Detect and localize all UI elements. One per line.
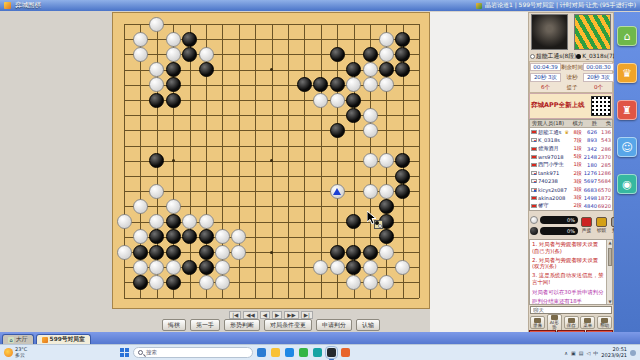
explorer-icon[interactable] bbox=[271, 348, 280, 357]
weiqi-app-icon[interactable] bbox=[327, 348, 336, 357]
shortcut-strip: ⌂♛♜☺◉ bbox=[614, 12, 640, 332]
black-stone bbox=[346, 260, 361, 275]
net-tray-icon[interactable]: ▤ bbox=[579, 350, 584, 356]
white-stone bbox=[363, 153, 378, 168]
black-player-avatar[interactable] bbox=[574, 14, 611, 50]
chat-input-row bbox=[529, 305, 613, 315]
black-cheer-bar: 0% bbox=[530, 227, 578, 235]
move-nav-button[interactable]: ◀◀ bbox=[243, 311, 257, 319]
wechat-icon[interactable] bbox=[299, 348, 308, 357]
spectator-losses: 6570 bbox=[597, 187, 612, 193]
spectator-wins: 893 bbox=[582, 137, 597, 143]
spectator-wins: 342 bbox=[582, 146, 597, 152]
white-stone bbox=[379, 77, 394, 92]
white-stone bbox=[133, 47, 148, 62]
spectator-rank: 1段 bbox=[569, 161, 582, 168]
black-stone bbox=[149, 153, 164, 168]
app-logo-icon bbox=[4, 2, 11, 9]
system-chat-line: 2. 对局者与旁观者聊天设置(双方)(条) bbox=[532, 257, 604, 271]
black-stone bbox=[199, 260, 214, 275]
col-rank: 棋力 bbox=[570, 120, 584, 127]
white-stone bbox=[133, 199, 148, 214]
right-panel: 超能工通s(8段) K_0318s(7段) 00:04:39 剩余时间 00:0… bbox=[528, 12, 614, 342]
white-player-avatar[interactable] bbox=[531, 14, 568, 50]
flag-icon bbox=[531, 155, 537, 159]
tiger-icon bbox=[42, 337, 48, 343]
spectator-wins: 626 bbox=[582, 129, 597, 135]
grid-line-h bbox=[124, 298, 419, 299]
spectator-name: 西門小学生 bbox=[538, 161, 569, 168]
taskbar-clock[interactable]: 20:51 2023/9/21 bbox=[601, 347, 627, 359]
spectator-name: 碧海酒月 bbox=[538, 145, 569, 152]
scroll-down-icon[interactable]: ▼ bbox=[607, 299, 613, 304]
tab-room[interactable]: 599号对局室 bbox=[36, 334, 91, 344]
move-nav-button[interactable]: ▶▶ bbox=[284, 311, 298, 319]
toolbar-button[interactable]: AI形势 bbox=[547, 314, 562, 332]
list-item[interactable]: 西門小学生1段180285 bbox=[530, 161, 612, 169]
black-stone bbox=[133, 275, 148, 290]
cheer-button[interactable]: 锣鼓 bbox=[595, 217, 608, 233]
white-cheer-percent: 0% bbox=[540, 216, 578, 224]
action-button[interactable]: 认输 bbox=[356, 319, 380, 331]
spectator-wins: 2148 bbox=[582, 154, 597, 160]
scroll-thumb[interactable] bbox=[608, 248, 612, 266]
white-stone bbox=[133, 229, 148, 244]
spectator-losses: 543 bbox=[597, 137, 612, 143]
star-point bbox=[270, 159, 273, 162]
window-tab-bar: ⌂大厅599号对局室 bbox=[0, 332, 640, 344]
toolbar-button[interactable]: 帮助 bbox=[597, 316, 612, 329]
flag-icon bbox=[531, 163, 537, 167]
security-tray-icon[interactable]: ▣ bbox=[571, 350, 576, 356]
black-stone bbox=[330, 245, 345, 260]
game-action-buttons: 悔棋第一手形势判断对局条件变更申请判分认输 bbox=[112, 319, 430, 331]
spectator-name: wrs97018 bbox=[538, 154, 569, 160]
list-item[interactable]: 7402383段56975684 bbox=[530, 177, 612, 185]
white-stone bbox=[379, 245, 394, 260]
white-stone bbox=[313, 93, 328, 108]
action-button[interactable]: 悔棋 bbox=[162, 319, 186, 331]
spectator-wins: 1276 bbox=[582, 170, 597, 176]
cheer-bars: 0% 0% bbox=[530, 216, 578, 235]
black-stone bbox=[182, 47, 197, 62]
cheer-button-icon bbox=[596, 217, 607, 227]
list-item[interactable]: 碧海酒月1段342286 bbox=[530, 145, 612, 153]
title-bar: 弈城围棋 晶岩论道1 | 599号对局室 | 计时对局·让先·(95手进行中) bbox=[0, 0, 640, 11]
cheer-button[interactable]: 声援 bbox=[580, 217, 593, 233]
game-center-icon[interactable] bbox=[313, 348, 322, 357]
spectator-losses: 2370 bbox=[597, 154, 612, 160]
black-stone bbox=[379, 62, 394, 77]
spectator-name: 超能工通s bbox=[538, 129, 565, 136]
white-stone bbox=[215, 229, 230, 244]
black-stone bbox=[330, 123, 345, 138]
white-stone bbox=[363, 123, 378, 138]
move-nav-button[interactable]: ▶ bbox=[272, 311, 282, 319]
cheer-button-label: 锣鼓 bbox=[595, 227, 608, 233]
white-stone bbox=[182, 214, 197, 229]
black-stone bbox=[395, 47, 410, 62]
white-stone bbox=[149, 214, 164, 229]
chat-scrollbar[interactable]: ▲ ▼ bbox=[606, 240, 612, 304]
home-icon: ⌂ bbox=[8, 337, 14, 343]
weather-text: 23°C 多云 bbox=[15, 347, 27, 358]
white-stone bbox=[166, 47, 181, 62]
toolbar-button[interactable]: 保存 bbox=[564, 316, 579, 329]
toolbar-button-label: 菜单 bbox=[581, 323, 594, 328]
flag-icon bbox=[531, 138, 537, 142]
timer-label-main: 剩余时间 bbox=[561, 64, 583, 71]
system-chat-line: 3. 这是系统自动发送信息，禁言十回! bbox=[532, 272, 604, 286]
spectator-rank: 3段 bbox=[569, 194, 582, 201]
list-item[interactable]: 馨守2段48406920 bbox=[530, 202, 612, 210]
spectator-name: kicys2s087 bbox=[538, 187, 569, 193]
white-stone bbox=[363, 260, 378, 275]
search-placeholder: 搜索 bbox=[146, 349, 157, 356]
spectator-losses: 1872 bbox=[597, 195, 612, 201]
system-chat-line: 1. 对局者与旁观者聊天设置(自己方)(条) bbox=[532, 241, 604, 255]
white-stone bbox=[363, 184, 378, 199]
flag-icon bbox=[531, 179, 537, 183]
black-stone bbox=[395, 32, 410, 47]
ai-shortcut-icon[interactable]: ◉ bbox=[617, 174, 637, 194]
black-stone bbox=[395, 153, 410, 168]
white-stone bbox=[166, 32, 181, 47]
black-stone bbox=[166, 62, 181, 77]
move-nav-button[interactable]: ▶| bbox=[301, 311, 313, 319]
toolbar-button-label: AI形势 bbox=[548, 320, 561, 330]
spectator-wins: 4840 bbox=[582, 203, 597, 209]
white-stone bbox=[395, 260, 410, 275]
black-stone bbox=[297, 77, 312, 92]
grid-line-v bbox=[288, 24, 289, 298]
list-item[interactable]: K_0318s7段893543 bbox=[530, 136, 612, 144]
app-title: 弈城围棋 bbox=[15, 1, 41, 10]
qr-code bbox=[591, 96, 611, 116]
flag-icon bbox=[531, 147, 537, 151]
tray-expand-icon[interactable]: ∧ bbox=[564, 350, 568, 356]
grid-line-v bbox=[304, 24, 305, 298]
room-title-wrap: 晶岩论道1 | 599号对局室 | 计时对局·让先·(95手进行中) bbox=[476, 1, 636, 10]
white-stone bbox=[346, 77, 361, 92]
grid-line-v bbox=[321, 24, 322, 298]
white-stone bbox=[330, 260, 345, 275]
black-stone bbox=[330, 77, 345, 92]
white-stone bbox=[166, 260, 181, 275]
black-time: 00:08:30 bbox=[583, 63, 614, 71]
white-stone bbox=[117, 245, 132, 260]
white-stone bbox=[215, 260, 230, 275]
windows-taskbar: 23°C 多云 搜索 ∧▣▤◁中 20:51 2023/9/21 bbox=[0, 344, 640, 360]
toolbar-button-label: 帮助 bbox=[598, 323, 611, 328]
white-stone bbox=[133, 260, 148, 275]
col-losses: 负 bbox=[598, 120, 612, 127]
app-promo-banner[interactable]: 弈城APP全新上线 bbox=[529, 93, 613, 119]
white-stone-icon bbox=[530, 54, 535, 59]
white-stone bbox=[117, 214, 132, 229]
white-player-name: 超能工通s(8段) bbox=[530, 52, 576, 61]
star-point bbox=[172, 159, 175, 162]
toolbar-button[interactable]: 录像 bbox=[530, 316, 545, 329]
friends-shortcut-icon[interactable]: ☺ bbox=[617, 137, 637, 157]
white-byoyomi: 20秒 3次 bbox=[530, 73, 561, 82]
black-stone bbox=[330, 47, 345, 62]
spectator-rank: 1段 bbox=[569, 145, 582, 152]
white-stone bbox=[199, 275, 214, 290]
spectator-rank: 5段 bbox=[569, 153, 582, 160]
tab-label: 599号对局室 bbox=[50, 335, 85, 344]
black-stone bbox=[166, 214, 181, 229]
white-stone bbox=[166, 199, 181, 214]
action-button[interactable]: 第一手 bbox=[190, 319, 220, 331]
spectator-name: akina2008 bbox=[538, 195, 569, 201]
chat-lines: 1. 对局者与旁观者聊天设置(自己方)(条)2. 对局者与旁观者聊天设置(双方)… bbox=[532, 241, 604, 305]
black-stone bbox=[346, 214, 361, 229]
spectator-rank: 2段 bbox=[569, 170, 582, 177]
flag-icon bbox=[531, 130, 537, 134]
cheer-button-label: 声援 bbox=[580, 227, 593, 233]
taskbar-weather[interactable]: 23°C 多云 bbox=[0, 347, 120, 358]
spectator-rank: 3段 bbox=[569, 178, 582, 185]
white-stone bbox=[379, 275, 394, 290]
white-stone bbox=[379, 153, 394, 168]
toolbar-button[interactable]: 菜单 bbox=[580, 316, 595, 329]
list-item[interactable]: tank9712段12761286 bbox=[530, 169, 612, 177]
tab-label: 大厅 bbox=[16, 335, 28, 344]
spectator-name: 740238 bbox=[538, 178, 569, 184]
white-stone bbox=[379, 47, 394, 62]
spectator-name: K_0318s bbox=[538, 137, 569, 143]
black-stone bbox=[395, 184, 410, 199]
list-item[interactable]: kicys2s0873段66836570 bbox=[530, 185, 612, 193]
list-item[interactable]: wrs970185段21482370 bbox=[530, 153, 612, 161]
action-button[interactable]: 对局条件变更 bbox=[264, 319, 312, 331]
spectator-wins: 180 bbox=[582, 162, 597, 168]
flag-icon bbox=[531, 171, 537, 175]
grid-line-v bbox=[419, 24, 420, 298]
move-nav-button[interactable]: ◀ bbox=[260, 311, 270, 319]
taskbar-right: ∧▣▤◁中 20:51 2023/9/21 bbox=[564, 347, 640, 359]
screen: 弈城围棋 晶岩论道1 | 599号对局室 | 计时对局·让先·(95手进行中) … bbox=[0, 0, 640, 360]
timer-label-byoyomi: 读秒 bbox=[561, 74, 583, 81]
event-chat-line: 对局者可以在30手后申请判分 bbox=[532, 289, 604, 296]
weather-icon bbox=[4, 348, 13, 357]
list-item[interactable]: akina20083段14981872 bbox=[530, 194, 612, 202]
ime-tray-icon[interactable]: 中 bbox=[593, 350, 598, 356]
white-stone bbox=[346, 275, 361, 290]
black-stone bbox=[199, 62, 214, 77]
white-stone bbox=[149, 275, 164, 290]
col-wins: 胜 bbox=[584, 120, 598, 127]
windows-start-icon[interactable] bbox=[120, 348, 129, 357]
empty-strip bbox=[430, 12, 528, 332]
black-stone bbox=[199, 245, 214, 260]
spectator-rank: 2段 bbox=[569, 202, 582, 209]
black-cheer-percent: 0% bbox=[540, 227, 578, 235]
black-stone bbox=[199, 229, 214, 244]
action-button[interactable]: 形势判断 bbox=[224, 319, 260, 331]
spectator-losses: 285 bbox=[597, 162, 612, 168]
banner-text: 弈城APP全新上线 bbox=[531, 102, 589, 109]
spectator-rank: 3段 bbox=[569, 186, 582, 193]
black-stone bbox=[346, 245, 361, 260]
star-point bbox=[270, 251, 273, 254]
system-tray: ∧▣▤◁中 bbox=[564, 350, 598, 356]
toolbar-button-label: 保存 bbox=[565, 323, 578, 328]
player-names-row: 超能工通s(8段) K_0318s(7段) bbox=[529, 51, 613, 61]
action-button[interactable]: 申请判分 bbox=[316, 319, 352, 331]
white-stone bbox=[231, 245, 246, 260]
spectator-list: 旁观人员(18) 棋力 胜 负 超能工通s♛8段626136K_0318s7段8… bbox=[529, 119, 613, 211]
black-stone bbox=[166, 229, 181, 244]
black-stone bbox=[395, 62, 410, 77]
white-stone bbox=[199, 214, 214, 229]
black-stone bbox=[379, 229, 394, 244]
cheer-panel: 0% 0% 声援锣鼓判分 bbox=[529, 211, 613, 239]
store-icon[interactable] bbox=[285, 348, 294, 357]
white-stone bbox=[199, 47, 214, 62]
cheer-button-icon bbox=[581, 217, 592, 227]
move-nav-row: |◀◀◀◀▶▶▶▶| bbox=[112, 311, 430, 319]
tab-lobby[interactable]: ⌂大厅 bbox=[2, 334, 34, 344]
notification-bell-icon[interactable] bbox=[630, 350, 636, 356]
spectator-losses: 5684 bbox=[597, 178, 612, 184]
white-stone bbox=[149, 62, 164, 77]
black-stone bbox=[379, 199, 394, 214]
white-stone-icon bbox=[530, 216, 538, 224]
edge-icon[interactable] bbox=[257, 348, 266, 357]
black-stone bbox=[166, 245, 181, 260]
event-chat-line: 距判分结束还有18手 bbox=[532, 298, 604, 305]
spectator-losses: 6920 bbox=[597, 203, 612, 209]
spectator-rank: 8段 bbox=[569, 129, 582, 136]
taskbar-center: 搜索 bbox=[120, 347, 350, 358]
black-stone bbox=[363, 47, 378, 62]
spectator-name: 馨守 bbox=[538, 202, 569, 209]
spectator-wins: 6683 bbox=[582, 187, 597, 193]
spectator-list-header: 旁观人员(18) 棋力 胜 负 bbox=[530, 120, 612, 128]
flag-icon bbox=[531, 196, 537, 200]
mascot-shortcut-icon[interactable]: ♛ bbox=[617, 63, 637, 83]
timer-label-captures: 提子 bbox=[561, 84, 583, 91]
black-stone bbox=[313, 77, 328, 92]
flag-icon bbox=[531, 188, 537, 192]
black-captures: 0个 bbox=[583, 84, 614, 91]
flag-icon bbox=[531, 204, 537, 208]
black-stone bbox=[166, 93, 181, 108]
black-stone-icon bbox=[530, 227, 538, 235]
white-stone bbox=[149, 17, 164, 32]
side-toolbar: 录像AI形势保存菜单帮助 bbox=[529, 315, 613, 330]
white-stone bbox=[215, 275, 230, 290]
spectator-count: 旁观人员(18) bbox=[530, 120, 570, 127]
cursor-stone-icon bbox=[374, 220, 383, 229]
white-stone bbox=[330, 93, 345, 108]
black-stone bbox=[166, 77, 181, 92]
black-stone bbox=[182, 260, 197, 275]
toolbar-button-label: 录像 bbox=[531, 323, 544, 328]
home-shortcut-icon[interactable]: ⌂ bbox=[617, 26, 637, 46]
tiger-room-icon bbox=[476, 3, 482, 9]
white-stone bbox=[133, 32, 148, 47]
last-move-marker bbox=[333, 188, 341, 195]
black-stone bbox=[346, 93, 361, 108]
chat-input[interactable] bbox=[530, 306, 612, 314]
spectator-wins: 1498 bbox=[582, 195, 597, 201]
black-stone bbox=[149, 245, 164, 260]
taskbar-app-icons bbox=[257, 348, 350, 357]
white-stone bbox=[313, 260, 328, 275]
spectator-rows: 超能工通s♛8段626136K_0318s7段893543碧海酒月1段34228… bbox=[530, 128, 612, 210]
white-stone bbox=[363, 275, 378, 290]
grid-line-h bbox=[124, 176, 419, 177]
white-stone bbox=[149, 77, 164, 92]
white-cheer-bar: 0% bbox=[530, 216, 578, 224]
white-stone bbox=[379, 32, 394, 47]
scroll-up-icon[interactable]: ▲ bbox=[607, 240, 613, 245]
white-stone bbox=[363, 108, 378, 123]
white-stone bbox=[363, 62, 378, 77]
search-icon bbox=[138, 350, 143, 355]
black-stone bbox=[346, 62, 361, 77]
volume-tray-icon[interactable]: ◁ bbox=[587, 350, 591, 356]
white-stone bbox=[231, 229, 246, 244]
timer-panel: 00:04:39 剩余时间 00:08:30 20秒 3次 读秒 20秒 3次 … bbox=[529, 61, 613, 93]
black-stone bbox=[182, 229, 197, 244]
black-stone bbox=[149, 93, 164, 108]
mouse-cursor bbox=[367, 211, 379, 229]
list-item[interactable]: 超能工通s♛8段626136 bbox=[530, 128, 612, 136]
black-stone bbox=[182, 32, 197, 47]
black-stone bbox=[166, 275, 181, 290]
spectator-losses: 286 bbox=[597, 146, 612, 152]
spectator-rank: 7段 bbox=[569, 137, 582, 144]
white-stone bbox=[215, 245, 230, 260]
spectator-losses: 136 bbox=[597, 129, 612, 135]
black-byoyomi: 20秒 3次 bbox=[583, 73, 614, 82]
misc-app-icon[interactable] bbox=[341, 348, 350, 357]
avatars-row bbox=[529, 13, 613, 51]
black-stone bbox=[363, 245, 378, 260]
star-point bbox=[270, 68, 273, 71]
spectator-losses: 1286 bbox=[597, 170, 612, 176]
room-title: 晶岩论道1 | 599号对局室 | 计时对局·让先·(95手进行中) bbox=[485, 1, 636, 10]
white-time: 00:04:39 bbox=[530, 63, 561, 71]
chat-log[interactable]: 1. 对局者与旁观者聊天设置(自己方)(条)2. 对局者与旁观者聊天设置(双方)… bbox=[529, 239, 613, 305]
move-nav-button[interactable]: |◀ bbox=[229, 311, 241, 319]
white-stone bbox=[149, 260, 164, 275]
black-stone bbox=[395, 169, 410, 184]
black-stone bbox=[149, 229, 164, 244]
white-captures: 6个 bbox=[530, 84, 561, 91]
go-board[interactable] bbox=[112, 12, 430, 309]
white-stone bbox=[379, 184, 394, 199]
taskbar-search[interactable]: 搜索 bbox=[133, 347, 253, 358]
shop-shortcut-icon[interactable]: ♜ bbox=[617, 100, 637, 120]
spectator-wins: 5697 bbox=[582, 178, 597, 184]
black-stone bbox=[133, 245, 148, 260]
black-stone bbox=[346, 108, 361, 123]
white-stone bbox=[149, 184, 164, 199]
spectator-name: tank971 bbox=[538, 170, 569, 176]
white-stone bbox=[363, 77, 378, 92]
black-stone-icon bbox=[576, 54, 581, 59]
